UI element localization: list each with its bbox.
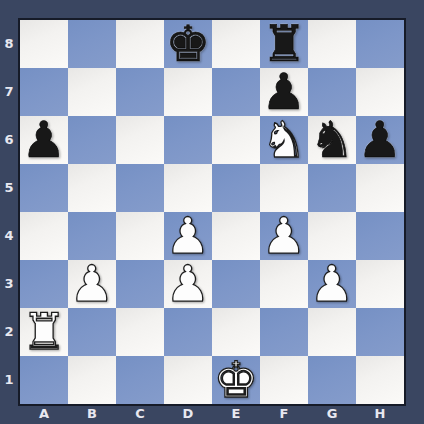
square-c3[interactable] (116, 260, 164, 308)
square-f8[interactable]: ♜ (260, 20, 308, 68)
square-e3[interactable] (212, 260, 260, 308)
black-king[interactable]: ♚ (166, 20, 211, 68)
rank-label-2: 2 (0, 308, 18, 356)
square-a2[interactable]: ♜ (20, 308, 68, 356)
square-d3[interactable]: ♟ (164, 260, 212, 308)
square-g1[interactable] (308, 356, 356, 404)
black-rook[interactable]: ♜ (262, 20, 307, 68)
black-pawn[interactable]: ♟ (262, 68, 307, 116)
square-h4[interactable] (356, 212, 404, 260)
square-a5[interactable] (20, 164, 68, 212)
file-label-d: D (164, 404, 212, 424)
square-g6[interactable]: ♞ (308, 116, 356, 164)
square-h2[interactable] (356, 308, 404, 356)
square-h6[interactable]: ♟ (356, 116, 404, 164)
square-d4[interactable]: ♟ (164, 212, 212, 260)
square-f3[interactable] (260, 260, 308, 308)
square-h8[interactable] (356, 20, 404, 68)
file-label-b: B (68, 404, 116, 424)
square-e8[interactable] (212, 20, 260, 68)
white-king[interactable]: ♚ (214, 356, 259, 404)
black-pawn[interactable]: ♟ (358, 116, 403, 164)
square-a6[interactable]: ♟ (20, 116, 68, 164)
square-f7[interactable]: ♟ (260, 68, 308, 116)
square-e1[interactable]: ♚ (212, 356, 260, 404)
square-f2[interactable] (260, 308, 308, 356)
square-c7[interactable] (116, 68, 164, 116)
square-b3[interactable]: ♟ (68, 260, 116, 308)
white-pawn[interactable]: ♟ (310, 260, 355, 308)
rank-labels: 87654321 (0, 20, 18, 404)
square-b6[interactable] (68, 116, 116, 164)
square-g7[interactable] (308, 68, 356, 116)
square-e2[interactable] (212, 308, 260, 356)
square-f1[interactable] (260, 356, 308, 404)
square-b4[interactable] (68, 212, 116, 260)
square-f4[interactable]: ♟ (260, 212, 308, 260)
square-h1[interactable] (356, 356, 404, 404)
square-b2[interactable] (68, 308, 116, 356)
white-pawn[interactable]: ♟ (70, 260, 115, 308)
square-f5[interactable] (260, 164, 308, 212)
square-c4[interactable] (116, 212, 164, 260)
chess-board: ♚♜♟♟♞♞♟♟♟♟♟♟♜♚ (18, 18, 406, 406)
square-d5[interactable] (164, 164, 212, 212)
square-c8[interactable] (116, 20, 164, 68)
square-a7[interactable] (20, 68, 68, 116)
rank-label-3: 3 (0, 260, 18, 308)
file-label-g: G (308, 404, 356, 424)
square-f6[interactable]: ♞ (260, 116, 308, 164)
square-g3[interactable]: ♟ (308, 260, 356, 308)
square-b8[interactable] (68, 20, 116, 68)
white-rook[interactable]: ♜ (22, 308, 67, 356)
square-d8[interactable]: ♚ (164, 20, 212, 68)
square-g5[interactable] (308, 164, 356, 212)
square-c5[interactable] (116, 164, 164, 212)
square-a4[interactable] (20, 212, 68, 260)
square-e5[interactable] (212, 164, 260, 212)
square-a8[interactable] (20, 20, 68, 68)
black-pawn[interactable]: ♟ (22, 116, 67, 164)
square-d1[interactable] (164, 356, 212, 404)
white-pawn[interactable]: ♟ (166, 212, 211, 260)
rank-label-1: 1 (0, 356, 18, 404)
file-labels: ABCDEFGH (20, 404, 404, 424)
square-h7[interactable] (356, 68, 404, 116)
square-c1[interactable] (116, 356, 164, 404)
square-a3[interactable] (20, 260, 68, 308)
square-b7[interactable] (68, 68, 116, 116)
square-a1[interactable] (20, 356, 68, 404)
square-h3[interactable] (356, 260, 404, 308)
rank-label-7: 7 (0, 68, 18, 116)
square-g4[interactable] (308, 212, 356, 260)
square-d6[interactable] (164, 116, 212, 164)
rank-label-6: 6 (0, 116, 18, 164)
black-knight[interactable]: ♞ (310, 116, 355, 164)
white-pawn[interactable]: ♟ (262, 212, 307, 260)
file-label-a: A (20, 404, 68, 424)
square-c2[interactable] (116, 308, 164, 356)
rank-label-8: 8 (0, 20, 18, 68)
square-g8[interactable] (308, 20, 356, 68)
square-d7[interactable] (164, 68, 212, 116)
file-label-c: C (116, 404, 164, 424)
square-c6[interactable] (116, 116, 164, 164)
square-g2[interactable] (308, 308, 356, 356)
square-b1[interactable] (68, 356, 116, 404)
file-label-f: F (260, 404, 308, 424)
square-h5[interactable] (356, 164, 404, 212)
rank-label-4: 4 (0, 212, 18, 260)
square-b5[interactable] (68, 164, 116, 212)
square-e6[interactable] (212, 116, 260, 164)
square-d2[interactable] (164, 308, 212, 356)
file-label-e: E (212, 404, 260, 424)
square-e4[interactable] (212, 212, 260, 260)
board-frame: 87654321 ♚♜♟♟♞♞♟♟♟♟♟♟♜♚ ABCDEFGH (0, 0, 424, 424)
file-label-h: H (356, 404, 404, 424)
white-pawn[interactable]: ♟ (166, 260, 211, 308)
white-knight[interactable]: ♞ (262, 116, 307, 164)
square-e7[interactable] (212, 68, 260, 116)
rank-label-5: 5 (0, 164, 18, 212)
